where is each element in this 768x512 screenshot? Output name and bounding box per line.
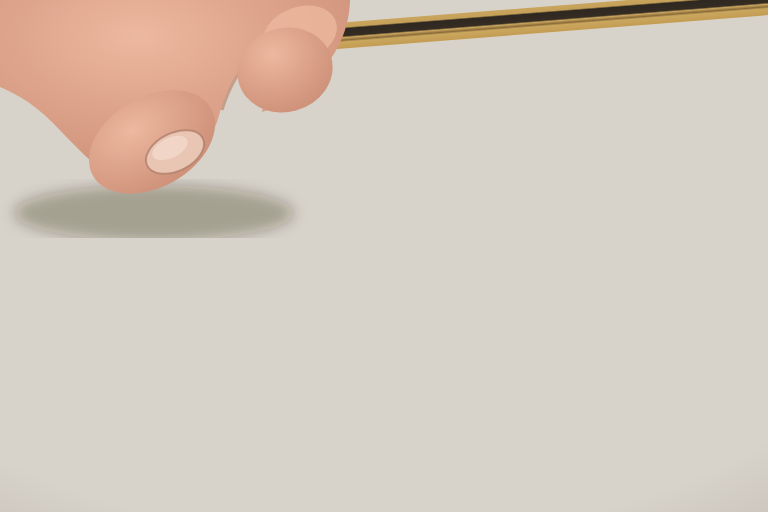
- chess-photo: [0, 0, 768, 512]
- chess-board: [0, 0, 768, 512]
- board-border: [0, 0, 768, 87]
